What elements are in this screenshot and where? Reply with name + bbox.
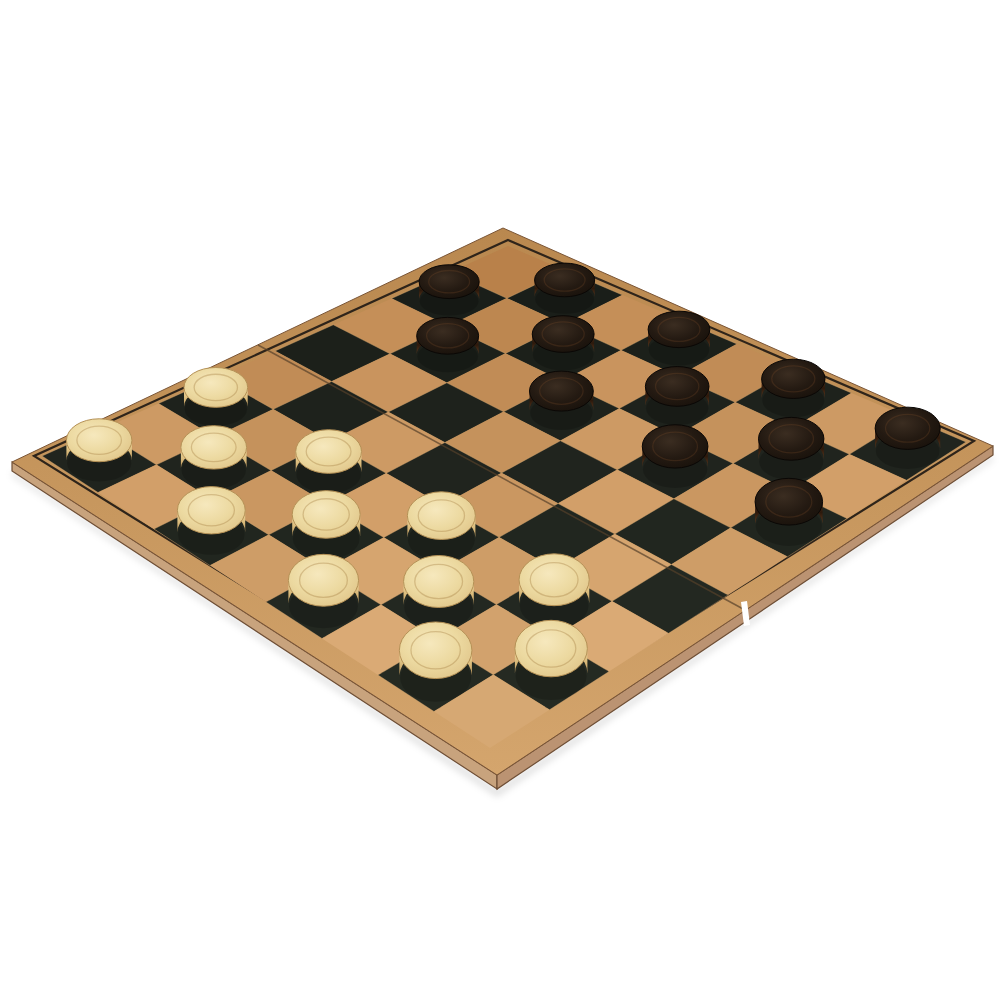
piece-dark-r1-c0[interactable] bbox=[419, 265, 479, 316]
checkers-board: Checkers (draughts) board — standard sta… bbox=[0, 0, 1000, 1000]
piece-dark-r2-c1[interactable] bbox=[417, 317, 479, 372]
piece-light-r7-c2[interactable] bbox=[177, 487, 245, 555]
piece-dark-r1-c4[interactable] bbox=[645, 367, 709, 426]
piece-dark-r1-c2[interactable] bbox=[532, 316, 594, 371]
piece-dark-r2-c3[interactable] bbox=[529, 371, 593, 430]
piece-dark-r0-c1[interactable] bbox=[535, 263, 595, 314]
piece-light-r5-c0[interactable] bbox=[184, 368, 248, 427]
piece-light-r6-c7[interactable] bbox=[515, 620, 588, 700]
piece-dark-r0-c7[interactable] bbox=[875, 407, 940, 469]
piece-light-r7-c4[interactable] bbox=[288, 554, 358, 628]
piece-dark-r0-c5[interactable] bbox=[762, 359, 825, 417]
piece-light-r5-c2[interactable] bbox=[296, 430, 362, 494]
piece-dark-r0-c3[interactable] bbox=[648, 311, 710, 365]
piece-light-r7-c6[interactable] bbox=[399, 622, 472, 702]
piece-light-r6-c3[interactable] bbox=[292, 491, 360, 560]
piece-light-r5-c6[interactable] bbox=[519, 554, 589, 628]
piece-light-r7-c0[interactable] bbox=[66, 419, 131, 482]
piece-dark-r2-c7[interactable] bbox=[755, 478, 823, 546]
checkers-photo-scene: Checkers (draughts) board — standard sta… bbox=[0, 0, 1000, 1000]
piece-dark-r2-c5[interactable] bbox=[642, 425, 708, 488]
piece-light-r6-c1[interactable] bbox=[181, 426, 247, 489]
piece-light-r5-c4[interactable] bbox=[407, 492, 475, 561]
piece-light-r6-c5[interactable] bbox=[404, 556, 474, 630]
piece-dark-r1-c6[interactable] bbox=[759, 417, 824, 480]
